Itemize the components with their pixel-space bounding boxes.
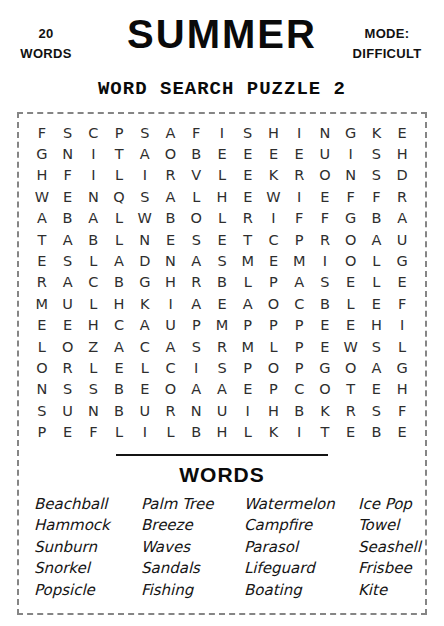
puzzle-subtitle: WORD SEARCH PUZZLE 2 [0, 78, 444, 100]
word-column-4: Ice PopTowelSeashellFrisbeeKite [358, 494, 444, 602]
grid-cell-r11c4[interactable]: A [106, 336, 132, 357]
grid-cell-r15c9[interactable]: L [235, 421, 261, 442]
grid-cell-r1c7[interactable]: F [183, 122, 209, 143]
words-heading: WORDS [19, 463, 425, 487]
grid-cell-r15c13[interactable]: E [338, 421, 364, 442]
grid-cell-r1c13[interactable]: G [338, 122, 364, 143]
grid-cell-r1c3[interactable]: C [80, 122, 106, 143]
grid-cell-r14c2[interactable]: U [55, 400, 81, 421]
grid-cell-r7c7[interactable]: A [183, 250, 209, 271]
grid-cell-r5c7[interactable]: O [183, 208, 209, 229]
grid-cell-r10c13[interactable]: E [338, 315, 364, 336]
grid-cell-r11c8[interactable]: R [209, 336, 235, 357]
word-item: Snorkel [34, 558, 141, 580]
grid-cell-r15c15[interactable]: E [389, 421, 415, 442]
grid-cell-r12c12[interactable]: G [312, 357, 338, 378]
grid-cell-r3c7[interactable]: V [183, 165, 209, 186]
grid-cell-r5c11[interactable]: F [286, 208, 312, 229]
grid-cell-r7c4[interactable]: A [106, 250, 132, 271]
grid-cell-r1c12[interactable]: N [312, 122, 338, 143]
grid-cell-r1c1[interactable]: F [29, 122, 55, 143]
grid-cell-r7c11[interactable]: M [286, 250, 312, 271]
grid-cell-r4c4[interactable]: Q [106, 186, 132, 207]
grid-cell-r5c5[interactable]: W [132, 208, 158, 229]
grid-cell-r4c2[interactable]: E [55, 186, 81, 207]
grid-cell-r4c11[interactable]: I [286, 186, 312, 207]
grid-cell-r5c12[interactable]: F [312, 208, 338, 229]
grid-cell-r2c5[interactable]: A [132, 143, 158, 164]
grid-cell-r6c4[interactable]: L [106, 229, 132, 250]
grid-cell-r4c12[interactable]: E [312, 186, 338, 207]
grid-cell-r12c5[interactable]: L [132, 357, 158, 378]
grid-cell-r11c1[interactable]: L [29, 336, 55, 357]
grid-cell-r2c8[interactable]: E [209, 143, 235, 164]
word-item: Fishing [141, 580, 244, 602]
grid-cell-r14c6[interactable]: R [158, 400, 184, 421]
grid-cell-r3c11[interactable]: R [286, 165, 312, 186]
grid-cell-r8c14[interactable]: L [364, 272, 390, 293]
word-item: Hammock [34, 515, 141, 537]
grid-cell-r5c3[interactable]: A [80, 208, 106, 229]
grid-cell-r11c10[interactable]: L [261, 336, 287, 357]
grid-cell-r8c1[interactable]: R [29, 272, 55, 293]
grid-cell-r14c4[interactable]: B [106, 400, 132, 421]
grid-cell-r9c5[interactable]: K [132, 293, 158, 314]
grid-cell-r7c1[interactable]: E [29, 250, 55, 271]
grid-cell-r7c6[interactable]: N [158, 250, 184, 271]
grid-cell-r5c15[interactable]: A [389, 208, 415, 229]
grid-cell-r8c11[interactable]: A [286, 272, 312, 293]
grid-cell-r13c14[interactable]: E [364, 379, 390, 400]
grid-cell-r5c2[interactable]: B [55, 208, 81, 229]
grid-cell-r5c1[interactable]: A [29, 208, 55, 229]
grid-cell-r14c15[interactable]: F [389, 400, 415, 421]
puzzle-page: 20 WORDS SUMMER MODE: DIFFICULT WORD SEA… [0, 0, 444, 626]
grid-cell-r13c15[interactable]: H [389, 379, 415, 400]
grid-cell-r9c9[interactable]: A [235, 293, 261, 314]
grid-cell-r3c1[interactable]: H [29, 165, 55, 186]
grid-cell-r13c1[interactable]: N [29, 379, 55, 400]
word-item: Beachball [34, 494, 141, 516]
grid-cell-r1c5[interactable]: S [132, 122, 158, 143]
grid-cell-r8c2[interactable]: A [55, 272, 81, 293]
grid-cell-r15c4[interactable]: L [106, 421, 132, 442]
grid-cell-r2c11[interactable]: E [286, 143, 312, 164]
grid-cell-r3c9[interactable]: E [235, 165, 261, 186]
grid-cell-r11c11[interactable]: P [286, 336, 312, 357]
grid-cell-r10c5[interactable]: A [132, 315, 158, 336]
grid-cell-r15c2[interactable]: E [55, 421, 81, 442]
grid-cell-r6c8[interactable]: E [209, 229, 235, 250]
grid-cell-r13c10[interactable]: P [261, 379, 287, 400]
grid-cell-r12c1[interactable]: O [29, 357, 55, 378]
grid-cell-r9c14[interactable]: E [364, 293, 390, 314]
grid-cell-r4c13[interactable]: F [338, 186, 364, 207]
grid-cell-r2c15[interactable]: H [389, 143, 415, 164]
grid-cell-r15c12[interactable]: T [312, 421, 338, 442]
grid-cell-r15c6[interactable]: L [158, 421, 184, 442]
grid-cell-r13c4[interactable]: B [106, 379, 132, 400]
grid-cell-r6c11[interactable]: P [286, 229, 312, 250]
grid-cell-r11c9[interactable]: M [235, 336, 261, 357]
grid-cell-r15c7[interactable]: B [183, 421, 209, 442]
word-column-2: Palm TreeBreezeWavesSandalsFishing [141, 494, 244, 602]
grid-cell-r13c12[interactable]: O [312, 379, 338, 400]
grid-cell-r4c5[interactable]: S [132, 186, 158, 207]
grid-cell-r7c10[interactable]: E [261, 250, 287, 271]
grid-cell-r1c9[interactable]: S [235, 122, 261, 143]
grid-cell-r8c12[interactable]: S [312, 272, 338, 293]
grid-cell-r15c8[interactable]: H [209, 421, 235, 442]
grid-cell-r10c6[interactable]: U [158, 315, 184, 336]
grid-cell-r8c6[interactable]: H [158, 272, 184, 293]
grid-cell-r14c5[interactable]: U [132, 400, 158, 421]
word-item: Seashell [358, 537, 444, 559]
word-item: Palm Tree [141, 494, 244, 516]
grid-cell-r4c6[interactable]: A [158, 186, 184, 207]
word-column-1: BeachballHammockSunburnSnorkelPopsicle [34, 494, 141, 602]
grid-cell-r15c5[interactable]: I [132, 421, 158, 442]
grid-cell-r7c8[interactable]: S [209, 250, 235, 271]
grid-cell-r10c4[interactable]: C [106, 315, 132, 336]
grid-cell-r4c1[interactable]: W [29, 186, 55, 207]
grid-cell-r2c13[interactable]: I [338, 143, 364, 164]
grid-cell-r2c3[interactable]: I [80, 143, 106, 164]
grid-cell-r4c8[interactable]: H [209, 186, 235, 207]
grid-cell-r12c14[interactable]: A [364, 357, 390, 378]
grid-cell-r12c11[interactable]: P [286, 357, 312, 378]
grid-cell-r8c3[interactable]: C [80, 272, 106, 293]
grid-cell-r2c4[interactable]: T [106, 143, 132, 164]
grid-cell-r6c7[interactable]: S [183, 229, 209, 250]
grid-cell-r3c10[interactable]: K [261, 165, 287, 186]
grid-cell-r5c13[interactable]: G [338, 208, 364, 229]
grid-cell-r7c9[interactable]: M [235, 250, 261, 271]
grid-cell-r9c6[interactable]: I [158, 293, 184, 314]
grid-cell-r10c10[interactable]: P [261, 315, 287, 336]
grid-cell-r3c8[interactable]: L [209, 165, 235, 186]
word-item: Waves [141, 537, 244, 559]
grid-cell-r13c13[interactable]: T [338, 379, 364, 400]
grid-cell-r14c9[interactable]: I [235, 400, 261, 421]
grid-cell-r15c3[interactable]: F [80, 421, 106, 442]
grid-cell-r10c3[interactable]: H [80, 315, 106, 336]
puzzle-frame: FSCPSAFISHINGKEGNITAOBEEEEUISHHFILIRVLEK… [17, 112, 427, 615]
grid-cell-r14c7[interactable]: N [183, 400, 209, 421]
grid-cell-r13c11[interactable]: C [286, 379, 312, 400]
grid-cell-r7c5[interactable]: D [132, 250, 158, 271]
grid-cell-r6c3[interactable]: B [80, 229, 106, 250]
grid-cell-r11c15[interactable]: L [389, 336, 415, 357]
grid-cell-r12c8[interactable]: S [209, 357, 235, 378]
grid-cell-r2c2[interactable]: N [55, 143, 81, 164]
grid-cell-r6c6[interactable]: E [158, 229, 184, 250]
word-list: BeachballHammockSunburnSnorkelPopsiclePa… [34, 494, 425, 602]
word-item: Lifeguard [244, 558, 358, 580]
grid-cell-r12c15[interactable]: G [389, 357, 415, 378]
grid-cell-r5c6[interactable]: B [158, 208, 184, 229]
grid-cell-r15c14[interactable]: B [364, 421, 390, 442]
grid-cell-r8c7[interactable]: R [183, 272, 209, 293]
word-item: Parasol [244, 537, 358, 559]
grid-cell-r4c3[interactable]: N [80, 186, 106, 207]
grid-cell-r1c10[interactable]: H [261, 122, 287, 143]
grid-cell-r12c6[interactable]: C [158, 357, 184, 378]
grid-cell-r13c9[interactable]: E [235, 379, 261, 400]
mode-label: MODE: [340, 24, 434, 44]
grid-cell-r9c10[interactable]: O [261, 293, 287, 314]
grid-cell-r11c3[interactable]: Z [80, 336, 106, 357]
grid-cell-r12c4[interactable]: E [106, 357, 132, 378]
grid-cell-r7c15[interactable]: G [389, 250, 415, 271]
grid-cell-r14c14[interactable]: S [364, 400, 390, 421]
grid-cell-r3c5[interactable]: I [132, 165, 158, 186]
grid-cell-r10c1[interactable]: E [29, 315, 55, 336]
grid-cell-r3c3[interactable]: I [80, 165, 106, 186]
grid-cell-r12c10[interactable]: O [261, 357, 287, 378]
grid-cell-r11c6[interactable]: A [158, 336, 184, 357]
grid-cell-r5c14[interactable]: B [364, 208, 390, 229]
grid-cell-r1c4[interactable]: P [106, 122, 132, 143]
grid-cell-r10c9[interactable]: P [235, 315, 261, 336]
grid-cell-r12c13[interactable]: O [338, 357, 364, 378]
grid-cell-r2c7[interactable]: B [183, 143, 209, 164]
mode-block: MODE: DIFFICULT [340, 24, 434, 64]
grid-cell-r15c10[interactable]: K [261, 421, 287, 442]
grid-cell-r8c15[interactable]: E [389, 272, 415, 293]
grid-cell-r3c15[interactable]: D [389, 165, 415, 186]
grid-cell-r14c10[interactable]: H [261, 400, 287, 421]
grid-cell-r13c8[interactable]: A [209, 379, 235, 400]
grid-cell-r6c10[interactable]: C [261, 229, 287, 250]
grid-cell-r14c8[interactable]: U [209, 400, 235, 421]
grid-cell-r11c13[interactable]: W [338, 336, 364, 357]
grid-cell-r1c11[interactable]: I [286, 122, 312, 143]
grid-cell-r9c2[interactable]: U [55, 293, 81, 314]
grid-cell-r7c12[interactable]: I [312, 250, 338, 271]
grid-cell-r6c13[interactable]: O [338, 229, 364, 250]
grid-cell-r8c13[interactable]: E [338, 272, 364, 293]
grid-cell-r9c15[interactable]: F [389, 293, 415, 314]
grid-cell-r9c7[interactable]: A [183, 293, 209, 314]
grid-cell-r13c7[interactable]: A [183, 379, 209, 400]
grid-cell-r11c14[interactable]: S [364, 336, 390, 357]
grid-cell-r6c9[interactable]: T [235, 229, 261, 250]
word-item: Breeze [141, 515, 244, 537]
grid-cell-r9c4[interactable]: H [106, 293, 132, 314]
word-column-3: WatermelonCampfireParasolLifeguardBoatin… [244, 494, 358, 602]
word-item: Sunburn [34, 537, 141, 559]
grid-cell-r3c14[interactable]: S [364, 165, 390, 186]
grid-cell-r8c10[interactable]: P [261, 272, 287, 293]
grid-cell-r4c10[interactable]: W [261, 186, 287, 207]
grid-cell-r14c1[interactable]: S [29, 400, 55, 421]
grid-cell-r5c9[interactable]: R [235, 208, 261, 229]
grid-cell-r6c1[interactable]: T [29, 229, 55, 250]
grid-cell-r9c1[interactable]: M [29, 293, 55, 314]
grid-cell-r6c15[interactable]: U [389, 229, 415, 250]
grid-cell-r4c7[interactable]: L [183, 186, 209, 207]
grid-cell-r10c7[interactable]: P [183, 315, 209, 336]
grid-cell-r13c2[interactable]: S [55, 379, 81, 400]
word-item: Campfire [244, 515, 358, 537]
grid-cell-r3c2[interactable]: F [55, 165, 81, 186]
grid-cell-r9c12[interactable]: B [312, 293, 338, 314]
grid-cell-r15c1[interactable]: P [29, 421, 55, 442]
grid-cell-r7c2[interactable]: S [55, 250, 81, 271]
grid-cell-r2c10[interactable]: E [261, 143, 287, 164]
grid-cell-r13c3[interactable]: S [80, 379, 106, 400]
grid-cell-r10c12[interactable]: E [312, 315, 338, 336]
grid-cell-r3c4[interactable]: L [106, 165, 132, 186]
grid-cell-r7c14[interactable]: L [364, 250, 390, 271]
grid-cell-r12c3[interactable]: L [80, 357, 106, 378]
grid-cell-r1c2[interactable]: S [55, 122, 81, 143]
grid-cell-r11c5[interactable]: C [132, 336, 158, 357]
word-item: Sandals [141, 558, 244, 580]
grid-cell-r6c14[interactable]: A [364, 229, 390, 250]
grid-cell-r2c6[interactable]: O [158, 143, 184, 164]
grid-cell-r2c1[interactable]: G [29, 143, 55, 164]
grid-cell-r9c8[interactable]: E [209, 293, 235, 314]
grid-cell-r2c9[interactable]: E [235, 143, 261, 164]
grid-cell-r4c14[interactable]: F [364, 186, 390, 207]
grid-cell-r3c6[interactable]: R [158, 165, 184, 186]
grid-cell-r13c6[interactable]: O [158, 379, 184, 400]
grid-cell-r1c6[interactable]: A [158, 122, 184, 143]
grid-cell-r8c5[interactable]: G [132, 272, 158, 293]
grid-cell-r6c2[interactable]: A [55, 229, 81, 250]
grid-cell-r1c8[interactable]: I [209, 122, 235, 143]
grid-cell-r10c2[interactable]: E [55, 315, 81, 336]
grid-cell-r5c10[interactable]: I [261, 208, 287, 229]
grid-cell-r11c7[interactable]: S [183, 336, 209, 357]
grid-cell-r10c15[interactable]: I [389, 315, 415, 336]
grid-cell-r7c3[interactable]: L [80, 250, 106, 271]
word-item: Frisbee [358, 558, 444, 580]
grid-cell-r2c12[interactable]: U [312, 143, 338, 164]
grid-cell-r9c3[interactable]: L [80, 293, 106, 314]
grid-cell-r14c3[interactable]: N [80, 400, 106, 421]
grid-cell-r1c14[interactable]: K [364, 122, 390, 143]
grid-cell-r8c9[interactable]: L [235, 272, 261, 293]
grid-cell-r4c9[interactable]: E [235, 186, 261, 207]
grid-cell-r4c15[interactable]: R [389, 186, 415, 207]
grid-cell-r1c15[interactable]: E [389, 122, 415, 143]
grid-cell-r9c11[interactable]: C [286, 293, 312, 314]
grid-cell-r10c14[interactable]: H [364, 315, 390, 336]
word-item: Popsicle [34, 580, 141, 602]
grid-cell-r11c2[interactable]: O [55, 336, 81, 357]
grid-cell-r10c8[interactable]: M [209, 315, 235, 336]
grid-cell-r3c13[interactable]: N [338, 165, 364, 186]
grid-cell-r6c12[interactable]: R [312, 229, 338, 250]
word-item: Towel [358, 515, 444, 537]
grid-cell-r10c11[interactable]: P [286, 315, 312, 336]
grid-cell-r12c7[interactable]: I [183, 357, 209, 378]
grid-cell-r5c8[interactable]: L [209, 208, 235, 229]
words-divider-line [116, 454, 328, 456]
grid-cell-r15c11[interactable]: I [286, 421, 312, 442]
grid-cell-r9c13[interactable]: L [338, 293, 364, 314]
grid-cell-r7c13[interactable]: O [338, 250, 364, 271]
grid-cell-r6c5[interactable]: N [132, 229, 158, 250]
letter-grid: FSCPSAFISHINGKEGNITAOBEEEEUISHHFILIRVLEK… [29, 122, 415, 443]
grid-cell-r12c9[interactable]: P [235, 357, 261, 378]
grid-cell-r11c12[interactable]: E [312, 336, 338, 357]
grid-cell-r8c8[interactable]: B [209, 272, 235, 293]
grid-cell-r14c11[interactable]: B [286, 400, 312, 421]
grid-cell-r14c12[interactable]: K [312, 400, 338, 421]
grid-cell-r5c4[interactable]: L [106, 208, 132, 229]
word-item: Kite [358, 580, 444, 602]
grid-cell-r2c14[interactable]: S [364, 143, 390, 164]
grid-cell-r12c2[interactable]: R [55, 357, 81, 378]
mode-value: DIFFICULT [340, 44, 434, 64]
grid-cell-r8c4[interactable]: B [106, 272, 132, 293]
grid-cell-r3c12[interactable]: O [312, 165, 338, 186]
word-item: Ice Pop [358, 494, 444, 516]
grid-cell-r14c13[interactable]: R [338, 400, 364, 421]
word-item: Watermelon [244, 494, 358, 516]
grid-cell-r13c5[interactable]: E [132, 379, 158, 400]
word-item: Boating [244, 580, 358, 602]
